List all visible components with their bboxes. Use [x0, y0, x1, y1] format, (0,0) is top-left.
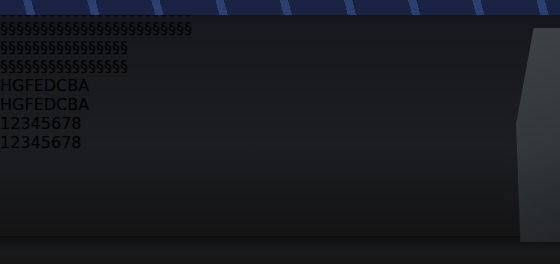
- rank-label: 6: [51, 114, 61, 133]
- rank-label: 1: [0, 133, 10, 152]
- file-label: D: [44, 76, 56, 95]
- rank-label: 8: [71, 133, 81, 152]
- rank-label: 4: [31, 133, 41, 152]
- ranks-right: 12345678: [0, 133, 560, 152]
- file-label: A: [78, 95, 89, 114]
- photo-scene: §§§§§§§§§§§§§§§§§§§§§§§§ §§§§§§§§§§§§§§§…: [0, 0, 560, 264]
- ornament-border-left: §§§§§§§§§§§§§§§§: [0, 38, 560, 57]
- ornament-border-bottom: §§§§§§§§§§§§§§§§§§§§§§§§: [0, 19, 560, 38]
- floor-shadow-bottom: [0, 236, 560, 264]
- file-label: C: [56, 76, 67, 95]
- file-label: G: [12, 95, 24, 114]
- chessboard: §§§§§§§§§§§§§§§§§§§§§§§§ §§§§§§§§§§§§§§§…: [0, 0, 560, 152]
- file-label: D: [44, 95, 56, 114]
- rank-label: 7: [61, 114, 71, 133]
- rank-label: 7: [61, 133, 71, 152]
- ranks-left: 12345678: [0, 114, 560, 133]
- rank-label: 5: [41, 114, 51, 133]
- file-label: H: [0, 76, 12, 95]
- file-label: B: [67, 95, 78, 114]
- file-label: H: [0, 95, 12, 114]
- file-label: B: [67, 76, 78, 95]
- blue-fabric-strip: [0, 0, 560, 15]
- file-label: C: [56, 95, 67, 114]
- rank-label: 2: [10, 133, 20, 152]
- rank-label: 8: [71, 114, 81, 133]
- ornament-border-right: §§§§§§§§§§§§§§§§: [0, 57, 560, 76]
- rank-label: 1: [0, 114, 10, 133]
- blue-fabric-corner: [506, 0, 560, 80]
- file-label: E: [34, 95, 44, 114]
- rank-label: 6: [51, 133, 61, 152]
- file-label: E: [34, 76, 44, 95]
- rank-label: 3: [20, 114, 30, 133]
- file-label: G: [12, 76, 24, 95]
- files-top: HGFEDCBA: [0, 76, 560, 95]
- files-bottom: HGFEDCBA: [0, 95, 560, 114]
- file-label: F: [24, 76, 33, 95]
- file-label: A: [78, 76, 89, 95]
- file-label: F: [24, 95, 33, 114]
- rank-label: 4: [31, 114, 41, 133]
- rank-label: 5: [41, 133, 51, 152]
- rank-label: 2: [10, 114, 20, 133]
- rank-label: 3: [20, 133, 30, 152]
